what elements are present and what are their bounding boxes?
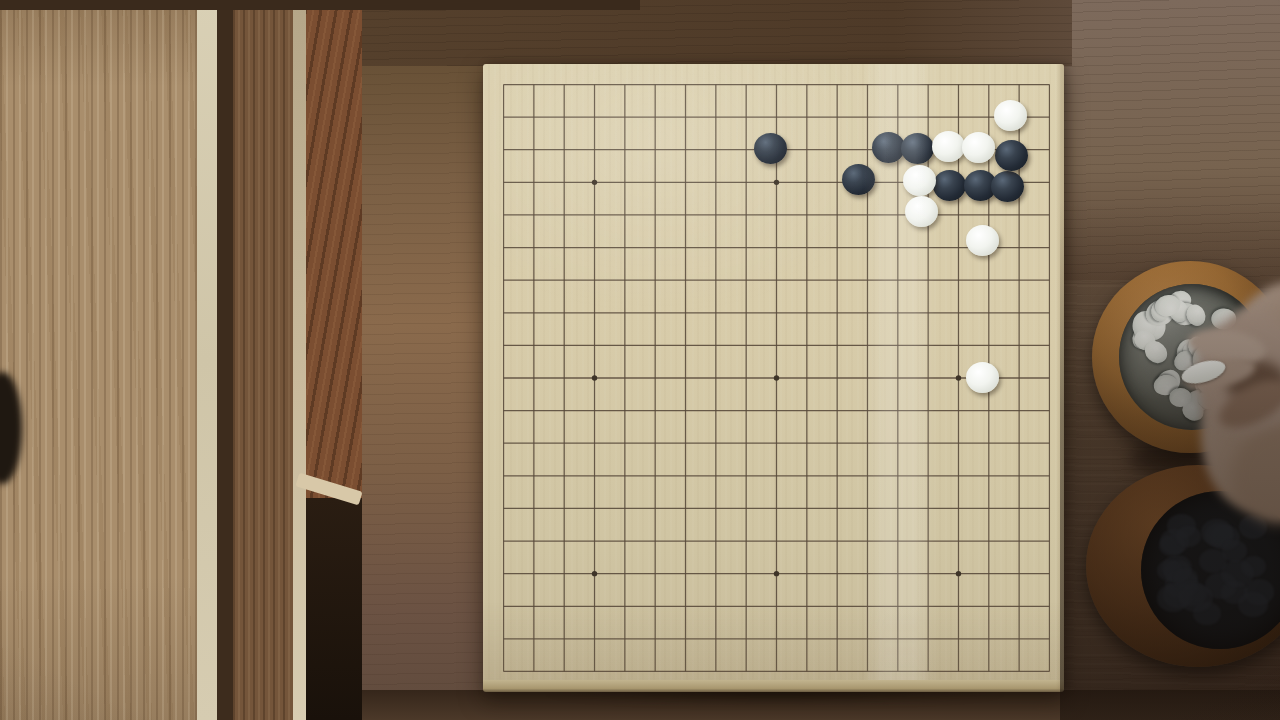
star-point xyxy=(956,375,961,380)
table-left-column xyxy=(362,0,483,720)
right-shadow-overlay xyxy=(1060,0,1280,720)
board-bottom-edge xyxy=(483,680,1064,692)
star-point xyxy=(592,571,597,576)
white-stone-P15[interactable] xyxy=(905,196,938,227)
star-point xyxy=(956,571,961,576)
black-stone-S17[interactable] xyxy=(995,140,1028,171)
go-board[interactable] xyxy=(483,64,1064,690)
left-plank-brown xyxy=(233,0,293,720)
white-stone-R14[interactable] xyxy=(966,225,999,256)
star-point xyxy=(774,571,779,576)
top-edge-strip xyxy=(0,0,640,10)
star-point xyxy=(774,375,779,380)
white-stone-R17[interactable] xyxy=(962,132,995,163)
star-point xyxy=(774,180,779,185)
black-stone-O17[interactable] xyxy=(872,132,905,163)
star-point xyxy=(592,375,597,380)
black-stone-Q16[interactable] xyxy=(933,170,966,201)
left-panel-shadow xyxy=(306,498,362,720)
white-stone-Q17[interactable] xyxy=(932,131,965,162)
black-stone-N16[interactable] xyxy=(842,164,875,195)
black-stone-K17[interactable] xyxy=(754,133,787,164)
left-plank-cream-edge xyxy=(197,0,217,720)
left-plank-light-edge xyxy=(293,0,306,720)
left-plank-light xyxy=(0,0,197,720)
white-stone-R10[interactable] xyxy=(966,362,999,393)
black-stone-P17[interactable] xyxy=(901,133,934,164)
left-panel-redbrown xyxy=(306,0,362,720)
left-plank-dark-gap xyxy=(217,0,233,720)
star-point xyxy=(592,180,597,185)
scene xyxy=(0,0,1280,720)
